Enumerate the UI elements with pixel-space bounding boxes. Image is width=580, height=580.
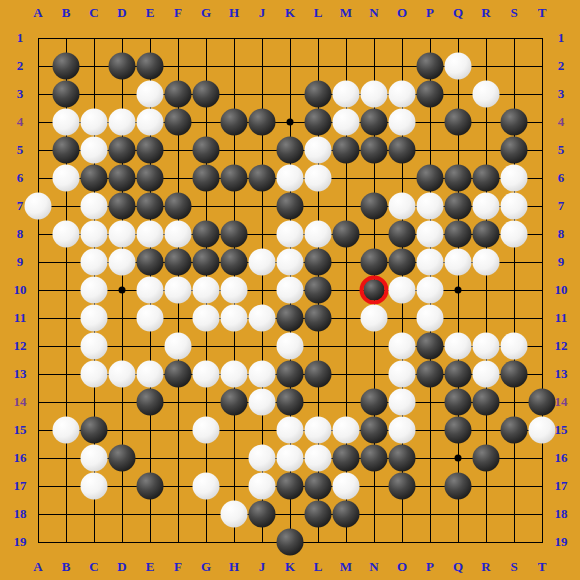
- column-label-top: G: [201, 5, 211, 21]
- black-stone-Q14: [445, 389, 472, 416]
- row-label-right: 1: [558, 30, 565, 46]
- row-label-right: 9: [558, 254, 565, 270]
- star-point: [455, 455, 462, 462]
- black-stone-D16: [109, 445, 136, 472]
- black-stone-G9: [193, 249, 220, 276]
- column-label-bottom: J: [259, 559, 266, 575]
- white-stone-F12: [165, 333, 192, 360]
- black-stone-Q7: [445, 193, 472, 220]
- column-label-top: S: [510, 5, 517, 21]
- row-label-right: 17: [555, 478, 568, 494]
- black-stone-G6: [193, 165, 220, 192]
- row-label-left: 10: [14, 282, 27, 298]
- row-label-left: 3: [17, 86, 24, 102]
- black-stone-Q8: [445, 221, 472, 248]
- black-stone-D5: [109, 137, 136, 164]
- column-label-top: D: [117, 5, 126, 21]
- white-stone-C5: [81, 137, 108, 164]
- white-stone-O12: [389, 333, 416, 360]
- black-stone-H4: [221, 109, 248, 136]
- black-stone-P13: [417, 361, 444, 388]
- black-stone-O17: [389, 473, 416, 500]
- black-stone-Q17: [445, 473, 472, 500]
- white-stone-R7: [473, 193, 500, 220]
- black-stone-E6: [137, 165, 164, 192]
- column-label-bottom: A: [33, 559, 42, 575]
- column-label-top: M: [340, 5, 352, 21]
- star-point: [287, 119, 294, 126]
- column-label-top: R: [481, 5, 490, 21]
- white-stone-J16: [249, 445, 276, 472]
- white-stone-J11: [249, 305, 276, 332]
- white-stone-G13: [193, 361, 220, 388]
- white-stone-T15: [529, 417, 556, 444]
- white-stone-B8: [53, 221, 80, 248]
- white-stone-D9: [109, 249, 136, 276]
- white-stone-G17: [193, 473, 220, 500]
- white-stone-P8: [417, 221, 444, 248]
- white-stone-G15: [193, 417, 220, 444]
- column-label-bottom: M: [340, 559, 352, 575]
- white-stone-E10: [137, 277, 164, 304]
- white-stone-K9: [277, 249, 304, 276]
- white-stone-R13: [473, 361, 500, 388]
- white-stone-B4: [53, 109, 80, 136]
- white-stone-O7: [389, 193, 416, 220]
- black-stone-M5: [333, 137, 360, 164]
- row-label-left: 2: [17, 58, 24, 74]
- black-stone-K14: [277, 389, 304, 416]
- white-stone-C16: [81, 445, 108, 472]
- column-label-top: B: [62, 5, 71, 21]
- black-stone-Q6: [445, 165, 472, 192]
- white-stone-P9: [417, 249, 444, 276]
- star-point: [119, 287, 126, 294]
- row-label-left: 6: [17, 170, 24, 186]
- row-label-left: 14: [14, 394, 27, 410]
- white-stone-G11: [193, 305, 220, 332]
- column-label-bottom: E: [146, 559, 155, 575]
- white-stone-B6: [53, 165, 80, 192]
- white-stone-S8: [501, 221, 528, 248]
- row-label-left: 13: [14, 366, 27, 382]
- white-stone-Q2: [445, 53, 472, 80]
- column-label-bottom: N: [369, 559, 378, 575]
- black-stone-O5: [389, 137, 416, 164]
- white-stone-K12: [277, 333, 304, 360]
- column-label-top: N: [369, 5, 378, 21]
- black-stone-F13: [165, 361, 192, 388]
- white-stone-F10: [165, 277, 192, 304]
- row-label-left: 15: [14, 422, 27, 438]
- column-label-top: F: [174, 5, 182, 21]
- black-stone-H8: [221, 221, 248, 248]
- row-label-left: 4: [17, 114, 24, 130]
- white-stone-C11: [81, 305, 108, 332]
- black-stone-E14: [137, 389, 164, 416]
- row-label-right: 19: [555, 534, 568, 550]
- black-stone-N15: [361, 417, 388, 444]
- black-stone-E9: [137, 249, 164, 276]
- black-stone-M16: [333, 445, 360, 472]
- white-stone-R12: [473, 333, 500, 360]
- black-stone-Q4: [445, 109, 472, 136]
- black-stone-M8: [333, 221, 360, 248]
- white-stone-C4: [81, 109, 108, 136]
- column-label-top: P: [426, 5, 434, 21]
- white-stone-Q9: [445, 249, 472, 276]
- black-stone-S4: [501, 109, 528, 136]
- column-label-bottom: G: [201, 559, 211, 575]
- black-stone-F3: [165, 81, 192, 108]
- white-stone-J9: [249, 249, 276, 276]
- column-label-bottom: Q: [453, 559, 463, 575]
- white-stone-C9: [81, 249, 108, 276]
- go-app-window: ABCDEFGHJKLMNOPQRSTABCDEFGHJKLMNOPQRST12…: [0, 0, 580, 580]
- black-stone-L11: [305, 305, 332, 332]
- black-stone-N9: [361, 249, 388, 276]
- column-label-top: E: [146, 5, 155, 21]
- black-stone-K19: [277, 529, 304, 556]
- black-stone-F4: [165, 109, 192, 136]
- white-stone-O3: [389, 81, 416, 108]
- black-stone-N14: [361, 389, 388, 416]
- white-stone-K6: [277, 165, 304, 192]
- white-stone-O14: [389, 389, 416, 416]
- white-stone-M15: [333, 417, 360, 444]
- black-stone-P2: [417, 53, 444, 80]
- white-stone-C7: [81, 193, 108, 220]
- white-stone-E11: [137, 305, 164, 332]
- last-move-stone-N10: [360, 276, 389, 305]
- row-label-right: 3: [558, 86, 565, 102]
- black-stone-K7: [277, 193, 304, 220]
- row-label-right: 7: [558, 198, 565, 214]
- black-stone-P6: [417, 165, 444, 192]
- black-stone-K13: [277, 361, 304, 388]
- white-stone-R3: [473, 81, 500, 108]
- white-stone-R9: [473, 249, 500, 276]
- column-label-top: O: [397, 5, 407, 21]
- white-stone-K10: [277, 277, 304, 304]
- black-stone-L9: [305, 249, 332, 276]
- row-label-left: 7: [17, 198, 24, 214]
- black-stone-B3: [53, 81, 80, 108]
- black-stone-E7: [137, 193, 164, 220]
- black-stone-G3: [193, 81, 220, 108]
- row-label-left: 19: [14, 534, 27, 550]
- black-stone-J6: [249, 165, 276, 192]
- row-label-left: 11: [14, 310, 26, 326]
- black-stone-J4: [249, 109, 276, 136]
- black-stone-R14: [473, 389, 500, 416]
- white-stone-C17: [81, 473, 108, 500]
- white-stone-L8: [305, 221, 332, 248]
- white-stone-M3: [333, 81, 360, 108]
- white-stone-L5: [305, 137, 332, 164]
- white-stone-S6: [501, 165, 528, 192]
- black-stone-L10: [305, 277, 332, 304]
- white-stone-D4: [109, 109, 136, 136]
- row-label-left: 17: [14, 478, 27, 494]
- row-label-left: 8: [17, 226, 24, 242]
- row-label-left: 18: [14, 506, 27, 522]
- row-label-left: 9: [17, 254, 24, 270]
- column-label-top: J: [259, 5, 266, 21]
- black-stone-L18: [305, 501, 332, 528]
- black-stone-E17: [137, 473, 164, 500]
- white-stone-N11: [361, 305, 388, 332]
- white-stone-L6: [305, 165, 332, 192]
- black-stone-K17: [277, 473, 304, 500]
- white-stone-J17: [249, 473, 276, 500]
- black-stone-O9: [389, 249, 416, 276]
- white-stone-O10: [389, 277, 416, 304]
- black-stone-E2: [137, 53, 164, 80]
- white-stone-C12: [81, 333, 108, 360]
- black-stone-L17: [305, 473, 332, 500]
- black-stone-F9: [165, 249, 192, 276]
- black-stone-Q15: [445, 417, 472, 444]
- black-stone-P12: [417, 333, 444, 360]
- grid-line-v: [542, 38, 543, 543]
- column-label-top: L: [314, 5, 323, 21]
- column-label-bottom: S: [510, 559, 517, 575]
- black-stone-E5: [137, 137, 164, 164]
- row-label-right: 12: [555, 338, 568, 354]
- white-stone-H11: [221, 305, 248, 332]
- white-stone-Q12: [445, 333, 472, 360]
- black-stone-J18: [249, 501, 276, 528]
- column-label-bottom: T: [538, 559, 547, 575]
- white-stone-K16: [277, 445, 304, 472]
- column-label-top: H: [229, 5, 239, 21]
- white-stone-P11: [417, 305, 444, 332]
- black-stone-S15: [501, 417, 528, 444]
- white-stone-H10: [221, 277, 248, 304]
- row-label-right: 8: [558, 226, 565, 242]
- black-stone-K11: [277, 305, 304, 332]
- black-stone-L3: [305, 81, 332, 108]
- black-stone-P3: [417, 81, 444, 108]
- white-stone-H13: [221, 361, 248, 388]
- row-label-right: 5: [558, 142, 565, 158]
- column-label-bottom: D: [117, 559, 126, 575]
- white-stone-L16: [305, 445, 332, 472]
- white-stone-E8: [137, 221, 164, 248]
- black-stone-H6: [221, 165, 248, 192]
- row-label-right: 10: [555, 282, 568, 298]
- black-stone-K5: [277, 137, 304, 164]
- white-stone-P7: [417, 193, 444, 220]
- row-label-right: 15: [555, 422, 568, 438]
- go-board[interactable]: ABCDEFGHJKLMNOPQRSTABCDEFGHJKLMNOPQRST12…: [0, 0, 580, 580]
- row-label-right: 14: [555, 394, 568, 410]
- black-stone-N5: [361, 137, 388, 164]
- row-label-right: 2: [558, 58, 565, 74]
- white-stone-P10: [417, 277, 444, 304]
- black-stone-M18: [333, 501, 360, 528]
- white-stone-N3: [361, 81, 388, 108]
- white-stone-D13: [109, 361, 136, 388]
- row-label-right: 18: [555, 506, 568, 522]
- black-stone-S13: [501, 361, 528, 388]
- black-stone-H9: [221, 249, 248, 276]
- black-stone-C15: [81, 417, 108, 444]
- white-stone-L15: [305, 417, 332, 444]
- row-label-right: 11: [555, 310, 567, 326]
- column-label-bottom: L: [314, 559, 323, 575]
- column-label-bottom: P: [426, 559, 434, 575]
- black-stone-C6: [81, 165, 108, 192]
- row-label-right: 4: [558, 114, 565, 130]
- black-stone-B5: [53, 137, 80, 164]
- column-label-top: Q: [453, 5, 463, 21]
- white-stone-O13: [389, 361, 416, 388]
- white-stone-E4: [137, 109, 164, 136]
- black-stone-G8: [193, 221, 220, 248]
- white-stone-C13: [81, 361, 108, 388]
- black-stone-L13: [305, 361, 332, 388]
- column-label-bottom: F: [174, 559, 182, 575]
- column-label-bottom: B: [62, 559, 71, 575]
- star-point: [455, 287, 462, 294]
- white-stone-J13: [249, 361, 276, 388]
- row-label-left: 5: [17, 142, 24, 158]
- white-stone-J14: [249, 389, 276, 416]
- white-stone-D8: [109, 221, 136, 248]
- black-stone-T14: [529, 389, 556, 416]
- white-stone-C10: [81, 277, 108, 304]
- black-stone-N4: [361, 109, 388, 136]
- white-stone-F8: [165, 221, 192, 248]
- column-label-bottom: H: [229, 559, 239, 575]
- white-stone-C8: [81, 221, 108, 248]
- black-stone-Q13: [445, 361, 472, 388]
- black-stone-D7: [109, 193, 136, 220]
- white-stone-M4: [333, 109, 360, 136]
- row-label-right: 16: [555, 450, 568, 466]
- column-label-top: K: [285, 5, 295, 21]
- white-stone-A7: [25, 193, 52, 220]
- column-label-bottom: R: [481, 559, 490, 575]
- row-label-left: 12: [14, 338, 27, 354]
- column-label-bottom: C: [89, 559, 98, 575]
- row-label-right: 13: [555, 366, 568, 382]
- black-stone-D6: [109, 165, 136, 192]
- column-label-bottom: O: [397, 559, 407, 575]
- black-stone-G5: [193, 137, 220, 164]
- black-stone-O8: [389, 221, 416, 248]
- white-stone-O15: [389, 417, 416, 444]
- white-stone-S7: [501, 193, 528, 220]
- black-stone-R6: [473, 165, 500, 192]
- black-stone-H14: [221, 389, 248, 416]
- column-label-top: T: [538, 5, 547, 21]
- white-stone-B15: [53, 417, 80, 444]
- black-stone-O16: [389, 445, 416, 472]
- row-label-left: 1: [17, 30, 24, 46]
- black-stone-F7: [165, 193, 192, 220]
- black-stone-N7: [361, 193, 388, 220]
- white-stone-E13: [137, 361, 164, 388]
- black-stone-N16: [361, 445, 388, 472]
- black-stone-R16: [473, 445, 500, 472]
- grid-line-h: [38, 514, 543, 515]
- white-stone-H18: [221, 501, 248, 528]
- white-stone-K8: [277, 221, 304, 248]
- black-stone-B2: [53, 53, 80, 80]
- black-stone-L4: [305, 109, 332, 136]
- white-stone-E3: [137, 81, 164, 108]
- white-stone-O4: [389, 109, 416, 136]
- black-stone-R8: [473, 221, 500, 248]
- white-stone-K15: [277, 417, 304, 444]
- column-label-top: C: [89, 5, 98, 21]
- white-stone-G10: [193, 277, 220, 304]
- row-label-left: 16: [14, 450, 27, 466]
- row-label-right: 6: [558, 170, 565, 186]
- column-label-bottom: K: [285, 559, 295, 575]
- column-label-top: A: [33, 5, 42, 21]
- white-stone-S12: [501, 333, 528, 360]
- white-stone-M17: [333, 473, 360, 500]
- black-stone-D2: [109, 53, 136, 80]
- black-stone-S5: [501, 137, 528, 164]
